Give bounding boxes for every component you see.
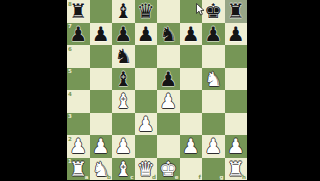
square-g8[interactable]: ♚ [202,0,225,23]
black-pawn: ♟ [202,23,225,46]
file-label-h: h [242,174,246,180]
square-f2[interactable]: ♟ [180,135,203,158]
square-a1[interactable]: 1a♜ [67,158,90,181]
square-a6[interactable]: 6 [67,45,90,68]
chess-board: 8♜♝♛♚♜7♟♟♟♟♞♟♟♟6♞5♝♟♞4♝♟3♟2♟♟♟♟♟♟1a♜b♞c♝… [67,0,247,180]
square-b6[interactable] [90,45,113,68]
square-h6[interactable] [225,45,248,68]
square-g2[interactable]: ♟ [202,135,225,158]
black-pawn: ♟ [90,23,113,46]
square-b1[interactable]: b♞ [90,158,113,181]
square-a4[interactable]: 4 [67,90,90,113]
square-b3[interactable] [90,113,113,136]
file-label-c: c [130,174,133,180]
white-pawn: ♟ [135,113,158,136]
file-label-d: d [152,174,156,180]
square-c2[interactable]: ♟ [112,135,135,158]
square-g4[interactable] [202,90,225,113]
white-pawn: ♟ [225,135,248,158]
square-c5[interactable]: ♝ [112,68,135,91]
square-e1[interactable]: e♚ [157,158,180,181]
square-f4[interactable] [180,90,203,113]
square-b2[interactable]: ♟ [90,135,113,158]
square-a3[interactable]: 3 [67,113,90,136]
square-d8[interactable]: ♛ [135,0,158,23]
white-pawn: ♟ [180,135,203,158]
square-d7[interactable]: ♟ [135,23,158,46]
square-c8[interactable]: ♝ [112,0,135,23]
black-pawn: ♟ [157,68,180,91]
square-e4[interactable]: ♟ [157,90,180,113]
black-king: ♚ [202,0,225,23]
white-knight: ♞ [202,68,225,91]
square-h4[interactable] [225,90,248,113]
square-c7[interactable]: ♟ [112,23,135,46]
square-d3[interactable]: ♟ [135,113,158,136]
square-c1[interactable]: c♝ [112,158,135,181]
square-d4[interactable] [135,90,158,113]
square-e5[interactable]: ♟ [157,68,180,91]
square-g1[interactable]: g [202,158,225,181]
rank-label-4: 4 [68,91,72,97]
square-g5[interactable]: ♞ [202,68,225,91]
square-f6[interactable] [180,45,203,68]
square-b5[interactable] [90,68,113,91]
square-g7[interactable]: ♟ [202,23,225,46]
square-g6[interactable] [202,45,225,68]
square-h2[interactable]: ♟ [225,135,248,158]
square-a5[interactable]: 5 [67,68,90,91]
square-h3[interactable] [225,113,248,136]
white-bishop: ♝ [112,90,135,113]
square-e7[interactable]: ♞ [157,23,180,46]
square-b7[interactable]: ♟ [90,23,113,46]
file-label-f: f [199,174,201,180]
square-h8[interactable]: ♜ [225,0,248,23]
black-queen: ♛ [135,0,158,23]
file-label-a: a [85,174,89,180]
square-h1[interactable]: h♜ [225,158,248,181]
square-b4[interactable] [90,90,113,113]
white-pawn: ♟ [157,90,180,113]
file-label-e: e [175,174,179,180]
square-e6[interactable] [157,45,180,68]
square-e2[interactable] [157,135,180,158]
white-pawn: ♟ [112,135,135,158]
square-d1[interactable]: d♛ [135,158,158,181]
square-g3[interactable] [202,113,225,136]
black-pawn: ♟ [225,23,248,46]
black-pawn: ♟ [180,23,203,46]
square-a7[interactable]: 7♟ [67,23,90,46]
rank-label-5: 5 [68,68,72,74]
square-c3[interactable] [112,113,135,136]
black-bishop: ♝ [112,0,135,23]
square-e3[interactable] [157,113,180,136]
square-f3[interactable] [180,113,203,136]
square-a8[interactable]: 8♜ [67,0,90,23]
square-f8[interactable] [180,0,203,23]
rank-label-3: 3 [68,113,72,119]
square-h5[interactable] [225,68,248,91]
rank-label-1: 1 [68,158,72,164]
square-e8[interactable] [157,0,180,23]
square-b8[interactable] [90,0,113,23]
square-d5[interactable] [135,68,158,91]
white-pawn: ♟ [202,135,225,158]
square-c4[interactable]: ♝ [112,90,135,113]
square-d6[interactable] [135,45,158,68]
square-a2[interactable]: 2♟ [67,135,90,158]
file-label-b: b [107,174,111,180]
video-frame: 8♜♝♛♚♜7♟♟♟♟♞♟♟♟6♞5♝♟♞4♝♟3♟2♟♟♟♟♟♟1a♜b♞c♝… [0,0,320,180]
square-c6[interactable]: ♞ [112,45,135,68]
square-d2[interactable] [135,135,158,158]
black-pawn: ♟ [112,23,135,46]
file-label-g: g [220,174,224,180]
square-f1[interactable]: f [180,158,203,181]
black-knight: ♞ [157,23,180,46]
black-rook: ♜ [225,0,248,23]
rank-label-6: 6 [68,46,72,52]
rank-label-2: 2 [68,136,72,142]
rank-label-8: 8 [68,1,72,7]
black-pawn: ♟ [135,23,158,46]
square-f5[interactable] [180,68,203,91]
black-bishop: ♝ [112,68,135,91]
black-knight: ♞ [112,45,135,68]
square-f7[interactable]: ♟ [180,23,203,46]
white-pawn: ♟ [90,135,113,158]
rank-label-7: 7 [68,23,72,29]
square-h7[interactable]: ♟ [225,23,248,46]
